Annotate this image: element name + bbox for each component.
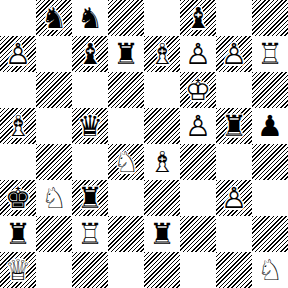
white-queen-piece: ♛♕: [0, 252, 36, 288]
square-d6[interactable]: [108, 72, 144, 108]
chess-board: ♞♞♞♞♝♝♟♙♝♝♜♜♝♗♟♙♟♙♜♖♚♔♝♗♛♛♟♙♜♜♟♟♞♘♝♗♚♚♞♘…: [0, 0, 288, 288]
square-e1[interactable]: [144, 252, 180, 288]
square-h7[interactable]: ♜♖: [252, 36, 288, 72]
square-b7[interactable]: [36, 36, 72, 72]
square-h4[interactable]: [252, 144, 288, 180]
black-rook-icon: ♜: [108, 36, 144, 72]
square-e2[interactable]: ♜♜: [144, 216, 180, 252]
black-bishop-piece: ♝♝: [72, 36, 108, 72]
square-f4[interactable]: [180, 144, 216, 180]
white-pawn-icon: ♙: [216, 36, 252, 72]
white-king-piece: ♚♔: [180, 72, 216, 108]
square-c6[interactable]: [72, 72, 108, 108]
white-rook-icon: ♖: [252, 36, 288, 72]
square-b6[interactable]: [36, 72, 72, 108]
white-pawn-piece: ♟♙: [180, 108, 216, 144]
square-e7[interactable]: ♝♗: [144, 36, 180, 72]
square-h3[interactable]: [252, 180, 288, 216]
white-queen-icon: ♕: [0, 252, 36, 288]
square-f5[interactable]: ♟♙: [180, 108, 216, 144]
black-king-piece: ♚♚: [0, 180, 36, 216]
black-rook-piece: ♜♜: [216, 108, 252, 144]
square-b4[interactable]: [36, 144, 72, 180]
square-f7[interactable]: ♟♙: [180, 36, 216, 72]
square-e8[interactable]: [144, 0, 180, 36]
black-rook-icon: ♜: [216, 108, 252, 144]
square-a5[interactable]: ♝♗: [0, 108, 36, 144]
white-pawn-piece: ♟♙: [216, 180, 252, 216]
square-c4[interactable]: [72, 144, 108, 180]
white-pawn-icon: ♙: [216, 180, 252, 216]
white-rook-icon: ♖: [72, 216, 108, 252]
white-king-icon: ♔: [180, 72, 216, 108]
white-knight-piece: ♞♘: [36, 180, 72, 216]
black-queen-piece: ♛♛: [72, 108, 108, 144]
square-d8[interactable]: [108, 0, 144, 36]
square-b5[interactable]: [36, 108, 72, 144]
square-g4[interactable]: [216, 144, 252, 180]
white-bishop-piece: ♝♗: [144, 36, 180, 72]
white-bishop-piece: ♝♗: [0, 108, 36, 144]
square-g6[interactable]: [216, 72, 252, 108]
white-pawn-piece: ♟♙: [216, 36, 252, 72]
black-pawn-icon: ♟: [252, 108, 288, 144]
square-g2[interactable]: [216, 216, 252, 252]
square-e4[interactable]: ♝♗: [144, 144, 180, 180]
black-queen-icon: ♛: [72, 108, 108, 144]
white-knight-piece: ♞♘: [252, 252, 288, 288]
black-rook-icon: ♜: [0, 216, 36, 252]
square-h2[interactable]: [252, 216, 288, 252]
square-a3[interactable]: ♚♚: [0, 180, 36, 216]
square-g1[interactable]: [216, 252, 252, 288]
black-bishop-piece: ♝♝: [180, 0, 216, 36]
square-f3[interactable]: [180, 180, 216, 216]
white-knight-piece: ♞♘: [108, 144, 144, 180]
square-a6[interactable]: [0, 72, 36, 108]
black-king-icon: ♚: [0, 180, 36, 216]
white-bishop-piece: ♝♗: [144, 144, 180, 180]
square-c8[interactable]: ♞♞: [72, 0, 108, 36]
square-d5[interactable]: [108, 108, 144, 144]
square-f8[interactable]: ♝♝: [180, 0, 216, 36]
white-pawn-piece: ♟♙: [0, 36, 36, 72]
white-bishop-icon: ♗: [0, 108, 36, 144]
black-knight-piece: ♞♞: [36, 0, 72, 36]
black-rook-piece: ♜♜: [108, 36, 144, 72]
square-d4[interactable]: ♞♘: [108, 144, 144, 180]
black-knight-piece: ♞♞: [72, 0, 108, 36]
square-e6[interactable]: [144, 72, 180, 108]
square-g7[interactable]: ♟♙: [216, 36, 252, 72]
square-d2[interactable]: [108, 216, 144, 252]
white-pawn-icon: ♙: [180, 36, 216, 72]
black-rook-icon: ♜: [144, 216, 180, 252]
white-knight-icon: ♘: [108, 144, 144, 180]
black-knight-icon: ♞: [36, 0, 72, 36]
square-g5[interactable]: ♜♜: [216, 108, 252, 144]
black-bishop-icon: ♝: [180, 0, 216, 36]
black-rook-piece: ♜♜: [144, 216, 180, 252]
white-knight-icon: ♘: [36, 180, 72, 216]
white-rook-piece: ♜♖: [72, 216, 108, 252]
square-c2[interactable]: ♜♖: [72, 216, 108, 252]
square-a7[interactable]: ♟♙: [0, 36, 36, 72]
white-bishop-icon: ♗: [144, 36, 180, 72]
black-bishop-icon: ♝: [72, 36, 108, 72]
black-rook-piece: ♜♜: [72, 180, 108, 216]
square-c1[interactable]: [72, 252, 108, 288]
square-g8[interactable]: [216, 0, 252, 36]
black-rook-piece: ♜♜: [0, 216, 36, 252]
square-a2[interactable]: ♜♜: [0, 216, 36, 252]
square-a1[interactable]: ♛♕: [0, 252, 36, 288]
square-e3[interactable]: [144, 180, 180, 216]
square-f2[interactable]: [180, 216, 216, 252]
square-b3[interactable]: ♞♘: [36, 180, 72, 216]
square-b1[interactable]: [36, 252, 72, 288]
white-bishop-icon: ♗: [144, 144, 180, 180]
square-h6[interactable]: [252, 72, 288, 108]
square-e5[interactable]: [144, 108, 180, 144]
square-c3[interactable]: ♜♜: [72, 180, 108, 216]
square-d7[interactable]: ♜♜: [108, 36, 144, 72]
white-pawn-icon: ♙: [0, 36, 36, 72]
square-a4[interactable]: [0, 144, 36, 180]
square-h1[interactable]: ♞♘: [252, 252, 288, 288]
square-b8[interactable]: ♞♞: [36, 0, 72, 36]
square-h8[interactable]: [252, 0, 288, 36]
black-pawn-piece: ♟♟: [252, 108, 288, 144]
white-knight-icon: ♘: [252, 252, 288, 288]
white-rook-piece: ♜♖: [252, 36, 288, 72]
white-pawn-icon: ♙: [180, 108, 216, 144]
square-g3[interactable]: ♟♙: [216, 180, 252, 216]
square-d1[interactable]: [108, 252, 144, 288]
black-knight-icon: ♞: [72, 0, 108, 36]
square-c5[interactable]: ♛♛: [72, 108, 108, 144]
white-pawn-piece: ♟♙: [180, 36, 216, 72]
black-rook-icon: ♜: [72, 180, 108, 216]
square-h5[interactable]: ♟♟: [252, 108, 288, 144]
square-a8[interactable]: [0, 0, 36, 36]
square-c7[interactable]: ♝♝: [72, 36, 108, 72]
square-d3[interactable]: [108, 180, 144, 216]
square-f6[interactable]: ♚♔: [180, 72, 216, 108]
square-f1[interactable]: [180, 252, 216, 288]
square-b2[interactable]: [36, 216, 72, 252]
